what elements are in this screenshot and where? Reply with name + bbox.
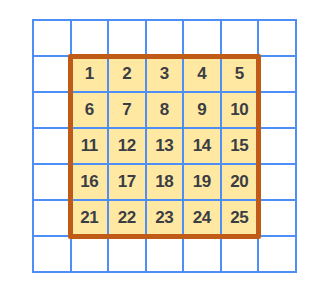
grid-cell-r4-c0 <box>34 165 70 199</box>
grid-cell-r6-c2 <box>109 237 145 271</box>
worksheet-canvas: 1234567891011121314151617181920212223242… <box>0 0 336 297</box>
grid-cell-r2-c1: 6 <box>72 93 108 127</box>
grid-cell-r1-c2: 2 <box>109 57 145 91</box>
grid-cell-r0-c3 <box>147 21 183 55</box>
grid-cell-r3-c0 <box>34 129 70 163</box>
grid-cell-r2-c0 <box>34 93 70 127</box>
grid-cell-r0-c6 <box>259 21 295 55</box>
grid-cell-r2-c2: 7 <box>109 93 145 127</box>
grid-cell-r6-c0 <box>34 237 70 271</box>
grid-cell-r1-c5: 5 <box>222 57 258 91</box>
board-grid: 1234567891011121314151617181920212223242… <box>32 19 297 273</box>
grid-cell-r2-c3: 8 <box>147 93 183 127</box>
grid-cell-r1-c6 <box>259 57 295 91</box>
grid-cell-r3-c2: 12 <box>109 129 145 163</box>
grid-cell-r5-c1: 21 <box>72 201 108 235</box>
grid-cell-r2-c5: 10 <box>222 93 258 127</box>
grid-cell-r5-c0 <box>34 201 70 235</box>
grid-cell-r3-c3: 13 <box>147 129 183 163</box>
grid-cell-r6-c4 <box>184 237 220 271</box>
grid-cell-r6-c3 <box>147 237 183 271</box>
grid-cell-r6-c5 <box>222 237 258 271</box>
grid-cell-r5-c3: 23 <box>147 201 183 235</box>
grid-cell-r3-c4: 14 <box>184 129 220 163</box>
grid-cell-r5-c5: 25 <box>222 201 258 235</box>
grid-cell-r5-c2: 22 <box>109 201 145 235</box>
grid-cell-r4-c2: 17 <box>109 165 145 199</box>
grid-cell-r6-c1 <box>72 237 108 271</box>
grid-cell-r6-c6 <box>259 237 295 271</box>
grid-cell-r4-c1: 16 <box>72 165 108 199</box>
grid-cell-r0-c2 <box>109 21 145 55</box>
grid-cell-r3-c1: 11 <box>72 129 108 163</box>
grid-cell-r3-c6 <box>259 129 295 163</box>
grid-cell-r0-c1 <box>72 21 108 55</box>
grid-cell-r1-c1: 1 <box>72 57 108 91</box>
grid-cell-r5-c4: 24 <box>184 201 220 235</box>
grid-cell-r2-c6 <box>259 93 295 127</box>
grid-cell-r3-c5: 15 <box>222 129 258 163</box>
grid-cell-r4-c6 <box>259 165 295 199</box>
grid-cell-r0-c5 <box>222 21 258 55</box>
grid-cell-r1-c3: 3 <box>147 57 183 91</box>
grid-cell-r4-c5: 20 <box>222 165 258 199</box>
grid-cell-r2-c4: 9 <box>184 93 220 127</box>
grid-cell-r0-c4 <box>184 21 220 55</box>
grid-cell-r4-c4: 19 <box>184 165 220 199</box>
grid-cell-r1-c4: 4 <box>184 57 220 91</box>
grid-cell-r4-c3: 18 <box>147 165 183 199</box>
grid-cell-r5-c6 <box>259 201 295 235</box>
grid-cell-r0-c0 <box>34 21 70 55</box>
grid-cell-r1-c0 <box>34 57 70 91</box>
